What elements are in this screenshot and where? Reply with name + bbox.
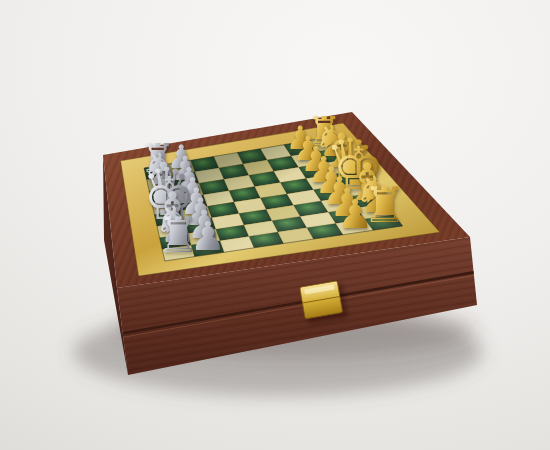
case-clasp — [300, 280, 348, 325]
chess-set-photo: ♜♟♟♜♞♟♟♞♝♟♟♝♛♟♟♛♚♟♟♚♝♟♟♝♞♟♟♞♜♟♟♜ — [0, 0, 550, 450]
chess-board-case — [0, 0, 550, 450]
